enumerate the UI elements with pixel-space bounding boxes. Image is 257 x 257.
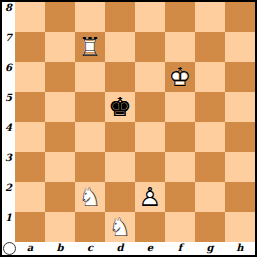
square-c1[interactable] [75, 212, 105, 242]
square-g4[interactable] [195, 122, 225, 152]
file-label-f: f [165, 242, 195, 255]
square-b1[interactable] [45, 212, 75, 242]
square-a5[interactable] [15, 92, 45, 122]
square-c8[interactable] [75, 2, 105, 32]
square-c2[interactable]: ♞♘ [75, 182, 105, 212]
file-label-g: g [195, 242, 225, 255]
file-label-b: b [45, 242, 75, 255]
square-f8[interactable] [165, 2, 195, 32]
square-b2[interactable] [45, 182, 75, 212]
square-g8[interactable] [195, 2, 225, 32]
square-f2[interactable] [165, 182, 195, 212]
square-g1[interactable] [195, 212, 225, 242]
square-b4[interactable] [45, 122, 75, 152]
square-h2[interactable] [225, 182, 255, 212]
square-a4[interactable] [15, 122, 45, 152]
chess-diagram: ♜♖♚♔♚♔♞♘♟♙♞♘ 87654321 abcdefgh [0, 0, 257, 257]
square-c7[interactable]: ♜♖ [75, 32, 105, 62]
square-h8[interactable] [225, 2, 255, 32]
square-b5[interactable] [45, 92, 75, 122]
square-c6[interactable] [75, 62, 105, 92]
square-f5[interactable] [165, 92, 195, 122]
square-c3[interactable] [75, 152, 105, 182]
square-h3[interactable] [225, 152, 255, 182]
white-knight-c2[interactable]: ♞♘ [75, 182, 105, 212]
file-label-d: d [105, 242, 135, 255]
rank-label-7: 7 [2, 32, 15, 62]
white-king-glyph-outline: ♔ [165, 62, 195, 92]
square-g2[interactable] [195, 182, 225, 212]
rank-label-5: 5 [2, 92, 15, 122]
white-knight-glyph-outline: ♘ [75, 182, 105, 212]
rank-label-6: 6 [2, 62, 15, 92]
white-knight-glyph-outline: ♘ [105, 212, 135, 242]
chess-board: ♜♖♚♔♚♔♞♘♟♙♞♘ [15, 2, 255, 242]
file-labels: abcdefgh [15, 242, 255, 255]
square-f7[interactable] [165, 32, 195, 62]
rank-label-1: 1 [2, 212, 15, 242]
square-d3[interactable] [105, 152, 135, 182]
square-b8[interactable] [45, 2, 75, 32]
square-c5[interactable] [75, 92, 105, 122]
square-e8[interactable] [135, 2, 165, 32]
rank-label-3: 3 [2, 152, 15, 182]
rank-label-4: 4 [2, 122, 15, 152]
white-pawn-e2[interactable]: ♟♙ [135, 182, 165, 212]
square-b6[interactable] [45, 62, 75, 92]
square-g3[interactable] [195, 152, 225, 182]
white-pawn-glyph-outline: ♙ [135, 182, 165, 212]
square-a6[interactable] [15, 62, 45, 92]
white-knight-d1[interactable]: ♞♘ [105, 212, 135, 242]
square-e5[interactable] [135, 92, 165, 122]
square-g7[interactable] [195, 32, 225, 62]
white-to-move-indicator-icon [3, 242, 16, 255]
square-h4[interactable] [225, 122, 255, 152]
square-f4[interactable] [165, 122, 195, 152]
file-label-e: e [135, 242, 165, 255]
square-d4[interactable] [105, 122, 135, 152]
square-f3[interactable] [165, 152, 195, 182]
square-a2[interactable] [15, 182, 45, 212]
square-h5[interactable] [225, 92, 255, 122]
square-d5[interactable]: ♚♔ [105, 92, 135, 122]
square-f1[interactable] [165, 212, 195, 242]
white-rook-c7[interactable]: ♜♖ [75, 32, 105, 62]
file-label-c: c [75, 242, 105, 255]
square-d6[interactable] [105, 62, 135, 92]
white-rook-glyph-outline: ♖ [75, 32, 105, 62]
square-e1[interactable] [135, 212, 165, 242]
rank-labels: 87654321 [2, 2, 15, 242]
square-f6[interactable]: ♚♔ [165, 62, 195, 92]
file-label-a: a [15, 242, 45, 255]
square-h6[interactable] [225, 62, 255, 92]
square-h1[interactable] [225, 212, 255, 242]
file-label-h: h [225, 242, 255, 255]
rank-label-2: 2 [2, 182, 15, 212]
square-g6[interactable] [195, 62, 225, 92]
white-king-f6[interactable]: ♚♔ [165, 62, 195, 92]
rank-label-8: 8 [2, 2, 15, 32]
square-d8[interactable] [105, 2, 135, 32]
square-g5[interactable] [195, 92, 225, 122]
square-e7[interactable] [135, 32, 165, 62]
square-d7[interactable] [105, 32, 135, 62]
square-c4[interactable] [75, 122, 105, 152]
square-d2[interactable] [105, 182, 135, 212]
square-e3[interactable] [135, 152, 165, 182]
square-e6[interactable] [135, 62, 165, 92]
square-d1[interactable]: ♞♘ [105, 212, 135, 242]
square-a7[interactable] [15, 32, 45, 62]
square-a8[interactable] [15, 2, 45, 32]
square-e2[interactable]: ♟♙ [135, 182, 165, 212]
square-a3[interactable] [15, 152, 45, 182]
black-king-d5[interactable]: ♚♔ [105, 92, 135, 122]
square-b3[interactable] [45, 152, 75, 182]
black-king-glyph-outline: ♔ [105, 92, 135, 122]
square-h7[interactable] [225, 32, 255, 62]
square-b7[interactable] [45, 32, 75, 62]
square-a1[interactable] [15, 212, 45, 242]
square-e4[interactable] [135, 122, 165, 152]
